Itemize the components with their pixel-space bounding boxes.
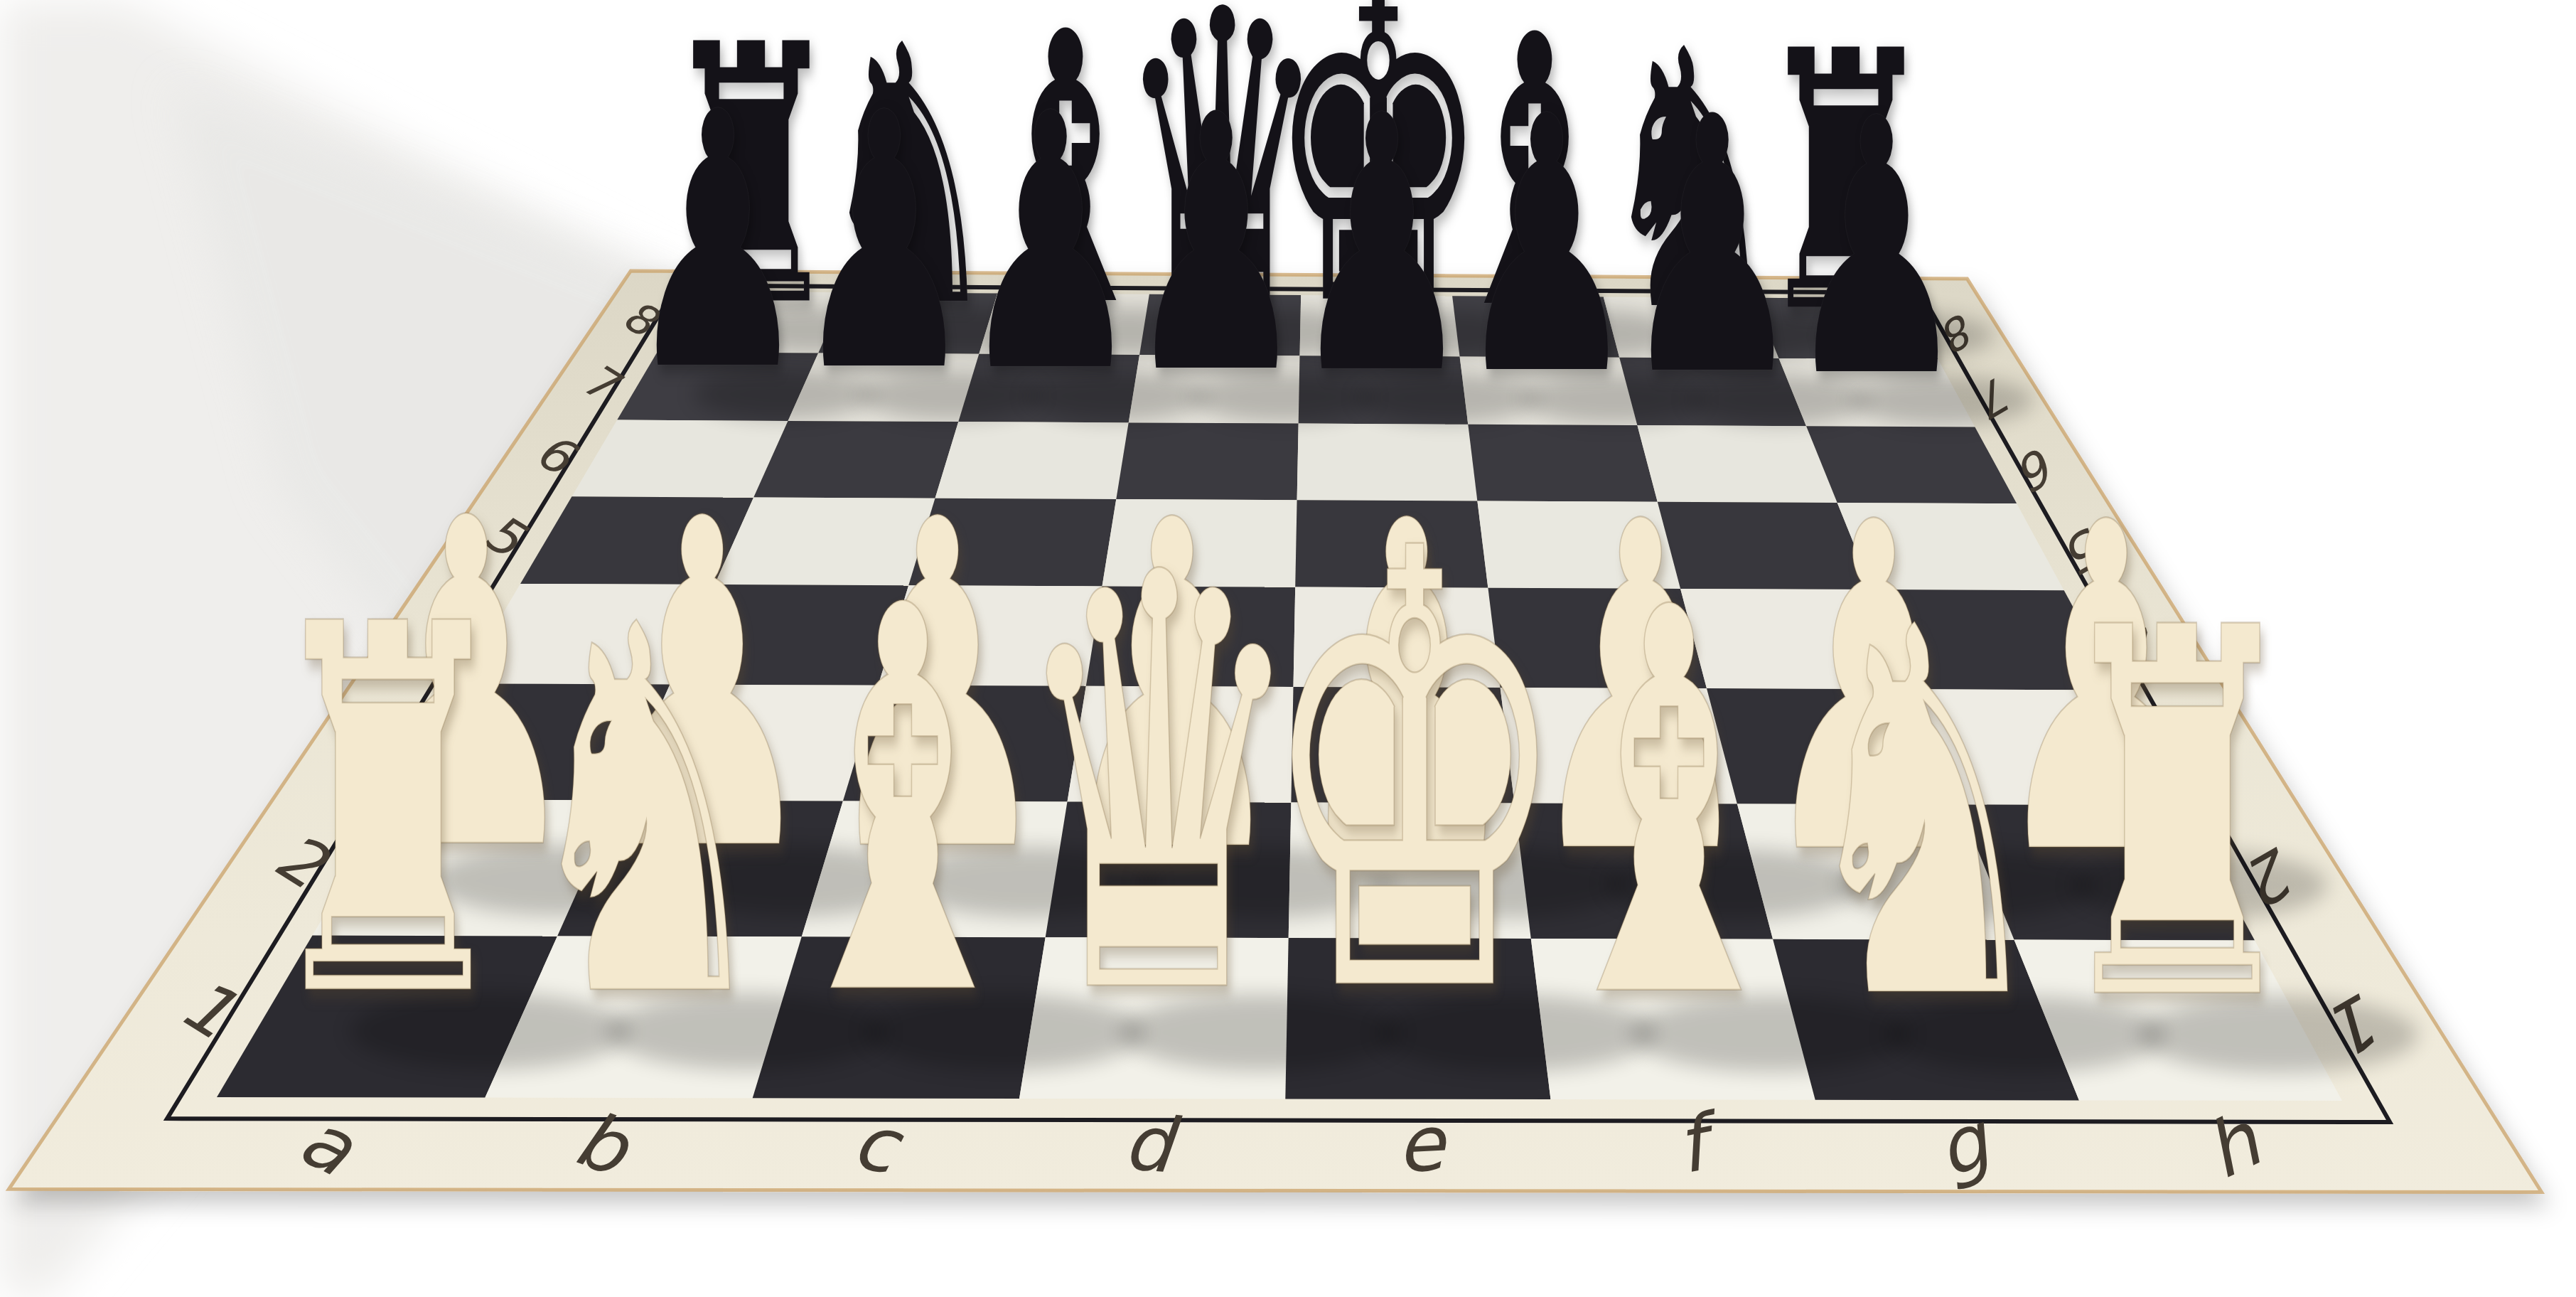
piece-white-knight-g1[interactable]: ♞ bbox=[1792, 563, 2055, 1069]
piece-white-rook-h1[interactable]: ♜ bbox=[2046, 564, 2309, 1070]
piece-black-pawn-d7[interactable]: ♟ bbox=[1125, 69, 1308, 422]
piece-black-pawn-h7[interactable]: ♟ bbox=[1785, 73, 1968, 425]
piece-white-king-e1[interactable]: ♚ bbox=[1257, 474, 1571, 1077]
piece-white-bishop-c1[interactable]: ♝ bbox=[765, 539, 1041, 1069]
piece-white-rook-a1[interactable]: ♜ bbox=[257, 560, 520, 1067]
piece-black-pawn-c7[interactable]: ♟ bbox=[959, 68, 1142, 421]
piece-black-pawn-g7[interactable]: ♟ bbox=[1621, 72, 1804, 425]
photo-scene: 8877665544332211abcdefgh ♜♞♝♛♚♝♞♜♟♟♟♟♟♟♟… bbox=[0, 0, 2576, 1297]
piece-black-pawn-b7[interactable]: ♟ bbox=[793, 68, 976, 420]
piece-white-bishop-f1[interactable]: ♝ bbox=[1531, 540, 1807, 1071]
piece-black-pawn-e7[interactable]: ♟ bbox=[1290, 70, 1474, 422]
piece-black-pawn-f7[interactable]: ♟ bbox=[1455, 71, 1638, 424]
piece-black-pawn-a7[interactable]: ♟ bbox=[626, 66, 810, 419]
piece-white-knight-b1[interactable]: ♞ bbox=[514, 561, 777, 1067]
